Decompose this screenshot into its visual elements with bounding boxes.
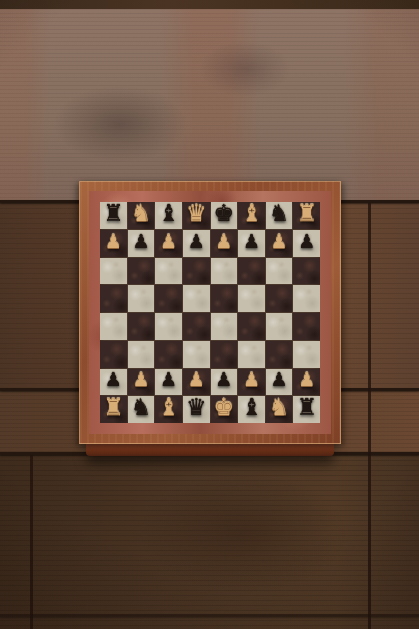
square-c5[interactable] [155,285,182,312]
piece-white-pawn[interactable]: ♟ [271,232,288,251]
board-marble-border: ♜♞♝♛♚♝♞♜♟♟♟♟♟♟♟♟♟♟♟♟♟♟♟♟♜♞♝♛♚♝♞♜ [89,191,331,434]
piece-black-bishop[interactable]: ♝ [158,202,179,225]
square-d8[interactable]: ♛ [183,202,210,229]
square-h4[interactable] [293,313,320,340]
square-c3[interactable] [155,341,182,368]
piece-white-rook[interactable]: ♜ [103,396,124,419]
photo-scene: ♜♞♝♛♚♝♞♜♟♟♟♟♟♟♟♟♟♟♟♟♟♟♟♟♜♞♝♛♚♝♞♜ [0,0,419,629]
square-h7[interactable]: ♟ [293,230,320,257]
square-b6[interactable] [128,258,155,285]
square-b3[interactable] [128,341,155,368]
square-d6[interactable] [183,258,210,285]
square-g7[interactable]: ♟ [266,230,293,257]
board-side-edge [86,443,334,456]
square-c7[interactable]: ♟ [155,230,182,257]
square-e6[interactable] [211,258,238,285]
wood-plank-bottom [0,455,419,629]
square-g4[interactable] [266,313,293,340]
piece-white-knight[interactable]: ♞ [269,396,290,419]
square-c1[interactable]: ♝ [155,396,182,423]
square-h2[interactable]: ♟ [293,369,320,396]
wood-plank-top [0,9,419,201]
square-f3[interactable] [238,341,265,368]
square-d1[interactable]: ♛ [183,396,210,423]
piece-white-pawn[interactable]: ♟ [105,232,122,251]
square-c2[interactable]: ♟ [155,369,182,396]
square-f8[interactable]: ♝ [238,202,265,229]
piece-white-king[interactable]: ♚ [214,396,235,419]
square-a3[interactable] [100,341,127,368]
square-h3[interactable] [293,341,320,368]
piece-white-bishop[interactable]: ♝ [158,396,179,419]
square-h1[interactable]: ♜ [293,396,320,423]
square-e5[interactable] [211,285,238,312]
piece-black-knight[interactable]: ♞ [131,396,152,419]
square-g2[interactable]: ♟ [266,369,293,396]
piece-black-pawn[interactable]: ♟ [132,232,149,251]
square-e2[interactable]: ♟ [211,369,238,396]
square-a6[interactable] [100,258,127,285]
piece-white-bishop[interactable]: ♝ [241,202,262,225]
piece-black-bishop[interactable]: ♝ [241,396,262,419]
square-a4[interactable] [100,313,127,340]
piece-white-pawn[interactable]: ♟ [132,370,149,389]
piece-black-pawn[interactable]: ♟ [188,232,205,251]
square-c8[interactable]: ♝ [155,202,182,229]
square-a1[interactable]: ♜ [100,396,127,423]
square-a5[interactable] [100,285,127,312]
square-a7[interactable]: ♟ [100,230,127,257]
square-d7[interactable]: ♟ [183,230,210,257]
square-e1[interactable]: ♚ [211,396,238,423]
wood-plank-top-strip [0,0,419,9]
piece-black-rook[interactable]: ♜ [103,202,124,225]
piece-black-pawn[interactable]: ♟ [160,370,177,389]
piece-black-queen[interactable]: ♛ [186,396,207,419]
chess-board: ♜♞♝♛♚♝♞♜♟♟♟♟♟♟♟♟♟♟♟♟♟♟♟♟♜♞♝♛♚♝♞♜ [79,181,341,444]
piece-white-pawn[interactable]: ♟ [243,370,260,389]
square-b1[interactable]: ♞ [128,396,155,423]
plank-seam-vertical [30,455,33,629]
square-g8[interactable]: ♞ [266,202,293,229]
piece-white-pawn[interactable]: ♟ [160,232,177,251]
square-g1[interactable]: ♞ [266,396,293,423]
square-b5[interactable] [128,285,155,312]
plank-seam-vertical [368,203,371,629]
square-e4[interactable] [211,313,238,340]
square-h5[interactable] [293,285,320,312]
square-f7[interactable]: ♟ [238,230,265,257]
square-e8[interactable]: ♚ [211,202,238,229]
piece-black-knight[interactable]: ♞ [269,202,290,225]
plank-seam [0,614,419,617]
square-e3[interactable] [211,341,238,368]
piece-white-queen[interactable]: ♛ [186,202,207,225]
square-b4[interactable] [128,313,155,340]
piece-white-rook[interactable]: ♜ [296,202,317,225]
piece-white-pawn[interactable]: ♟ [188,370,205,389]
square-a8[interactable]: ♜ [100,202,127,229]
square-f2[interactable]: ♟ [238,369,265,396]
square-f5[interactable] [238,285,265,312]
piece-black-king[interactable]: ♚ [214,202,235,225]
square-f6[interactable] [238,258,265,285]
square-g5[interactable] [266,285,293,312]
board-grid: ♜♞♝♛♚♝♞♜♟♟♟♟♟♟♟♟♟♟♟♟♟♟♟♟♜♞♝♛♚♝♞♜ [100,202,320,423]
square-a2[interactable]: ♟ [100,369,127,396]
square-b2[interactable]: ♟ [128,369,155,396]
square-f1[interactable]: ♝ [238,396,265,423]
square-d3[interactable] [183,341,210,368]
square-g6[interactable] [266,258,293,285]
square-h8[interactable]: ♜ [293,202,320,229]
square-e7[interactable]: ♟ [211,230,238,257]
piece-white-pawn[interactable]: ♟ [298,370,315,389]
piece-black-pawn[interactable]: ♟ [298,232,315,251]
square-d4[interactable] [183,313,210,340]
square-c6[interactable] [155,258,182,285]
square-g3[interactable] [266,341,293,368]
square-f4[interactable] [238,313,265,340]
piece-white-knight[interactable]: ♞ [131,202,152,225]
square-d2[interactable]: ♟ [183,369,210,396]
piece-black-pawn[interactable]: ♟ [105,370,122,389]
square-h6[interactable] [293,258,320,285]
piece-black-rook[interactable]: ♜ [296,396,317,419]
piece-white-pawn[interactable]: ♟ [215,232,232,251]
piece-black-pawn[interactable]: ♟ [215,370,232,389]
piece-black-pawn[interactable]: ♟ [271,370,288,389]
piece-black-pawn[interactable]: ♟ [243,232,260,251]
square-c4[interactable] [155,313,182,340]
square-b8[interactable]: ♞ [128,202,155,229]
board-wood-frame: ♜♞♝♛♚♝♞♜♟♟♟♟♟♟♟♟♟♟♟♟♟♟♟♟♜♞♝♛♚♝♞♜ [79,181,341,444]
square-d5[interactable] [183,285,210,312]
square-b7[interactable]: ♟ [128,230,155,257]
